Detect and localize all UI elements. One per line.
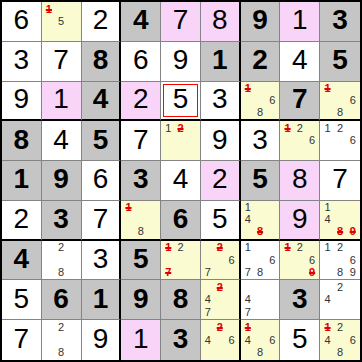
given-digit: 3 xyxy=(133,165,149,193)
candidate-digit: 4 xyxy=(321,334,334,347)
cell-r2c1[interactable]: 3 xyxy=(2,42,42,82)
given-digit: 9 xyxy=(252,6,268,34)
given-digit: 5 xyxy=(93,126,109,154)
solved-digit: 2 xyxy=(212,165,228,193)
given-digit: 1 xyxy=(93,285,109,313)
cell-r3c8[interactable]: 7 xyxy=(280,82,320,122)
cell-r3c5[interactable]: 5 xyxy=(161,82,201,122)
candidate-digit: 4 xyxy=(202,294,214,306)
candidate-digit: 8 xyxy=(254,266,266,278)
cell-r2c6[interactable]: 1 xyxy=(201,42,241,82)
candidate-digit-eliminated: 9 xyxy=(306,266,318,278)
candidate-digit: 6 xyxy=(266,94,278,106)
cell-r4c1[interactable]: 8 xyxy=(2,121,42,161)
candidate-digit: 6 xyxy=(266,334,278,347)
cell-r6c5[interactable]: 6 xyxy=(161,201,201,241)
cell-r1c9[interactable]: 3 xyxy=(320,2,360,42)
cell-r5c8[interactable]: 8 xyxy=(280,161,320,201)
cell-r1c7[interactable]: 9 xyxy=(241,2,281,42)
candidate-digit: 4 xyxy=(242,294,254,306)
solved-digit: 3 xyxy=(252,126,268,154)
given-digit: 3 xyxy=(292,285,308,313)
candidate-grid: 47 xyxy=(242,281,279,318)
solved-digit: 1 xyxy=(53,85,69,113)
cell-r7c8[interactable]: 1269 xyxy=(280,241,320,281)
candidate-digit: 8 xyxy=(55,266,67,278)
candidate-digit-eliminated: 1 xyxy=(242,83,254,95)
candidate-digit: 4 xyxy=(321,214,334,226)
cell-r6c8[interactable]: 9 xyxy=(280,201,320,241)
candidate-digit: 7 xyxy=(202,266,214,278)
solved-digit: 7 xyxy=(14,325,30,353)
candidate-digit-eliminated: 1 xyxy=(43,3,55,15)
cell-r1c3[interactable]: 2 xyxy=(82,2,122,42)
candidate-grid: 12468 xyxy=(321,321,359,359)
candidate-digit: 4 xyxy=(202,334,214,347)
solved-digit: 7 xyxy=(53,46,69,74)
candidate-digit: 6 xyxy=(306,135,318,147)
candidate-grid: 28 xyxy=(43,321,80,359)
cell-r7c5[interactable]: 127 xyxy=(161,241,201,281)
cell-r4c8[interactable]: 126 xyxy=(280,121,320,161)
cell-r9c4[interactable]: 1 xyxy=(121,320,161,360)
candidate-grid: 168 xyxy=(321,83,359,119)
cell-r9c7[interactable]: 1468 xyxy=(241,320,281,360)
solved-digit: 3 xyxy=(14,46,30,74)
candidate-grid: 28 xyxy=(43,242,80,279)
cell-r6c2[interactable]: 3 xyxy=(42,201,82,241)
candidate-digit-eliminated: 1 xyxy=(281,122,293,134)
solved-digit: 8 xyxy=(212,6,228,34)
solved-digit: 3 xyxy=(93,245,109,273)
solved-digit: 7 xyxy=(93,205,109,233)
cell-r2c4[interactable]: 6 xyxy=(121,42,161,82)
cell-r7c3[interactable]: 3 xyxy=(82,241,122,281)
solved-digit: 7 xyxy=(173,6,189,34)
cell-r7c4[interactable]: 5 xyxy=(121,241,161,281)
given-digit: 3 xyxy=(173,325,189,353)
given-digit: 5 xyxy=(252,165,268,193)
candidate-digit: 8 xyxy=(55,346,67,359)
cell-r9c3[interactable]: 9 xyxy=(82,320,122,360)
candidate-digit: 6 xyxy=(346,94,359,106)
cell-r3c3[interactable]: 4 xyxy=(82,82,122,122)
given-digit: 8 xyxy=(14,126,30,154)
cell-r3c7[interactable]: 168 xyxy=(241,82,281,122)
candidate-digit-eliminated: 2 xyxy=(214,242,226,254)
candidate-digit: 8 xyxy=(334,266,347,278)
candidate-grid: 18 xyxy=(122,202,159,238)
cell-r5c2[interactable]: 9 xyxy=(42,161,82,201)
solved-digit: 6 xyxy=(93,165,109,193)
candidate-digit: 2 xyxy=(334,281,347,293)
candidate-grid: 126 xyxy=(281,122,318,159)
cell-r5c4[interactable]: 3 xyxy=(121,161,161,201)
candidate-digit-eliminated: 7 xyxy=(162,266,174,278)
cell-r6c7[interactable]: 148 xyxy=(241,201,281,241)
cell-r1c1[interactable]: 6 xyxy=(2,2,42,42)
cell-r8c9[interactable]: 24 xyxy=(320,280,360,320)
solved-digit: 9 xyxy=(14,85,30,113)
cell-r1c8[interactable]: 1 xyxy=(280,2,320,42)
cell-r7c2[interactable]: 28 xyxy=(42,241,82,281)
cell-r9c8[interactable]: 5 xyxy=(280,320,320,360)
cell-r1c2[interactable]: 15 xyxy=(42,2,82,42)
candidate-grid: 15 xyxy=(43,3,80,40)
candidate-digit-eliminated: 8 xyxy=(254,226,266,238)
candidate-grid: 127 xyxy=(162,242,199,279)
cell-r8c7[interactable]: 47 xyxy=(241,280,281,320)
candidate-digit-eliminated: 8 xyxy=(334,226,347,238)
cell-r9c1[interactable]: 7 xyxy=(2,320,42,360)
cell-r4c6[interactable]: 9 xyxy=(201,121,241,161)
cell-r2c8[interactable]: 4 xyxy=(280,42,320,82)
candidate-digit: 6 xyxy=(346,334,359,347)
given-digit: 1 xyxy=(212,46,228,74)
cell-r6c6[interactable]: 5 xyxy=(201,201,241,241)
candidate-digit: 6 xyxy=(226,254,238,266)
given-digit: 8 xyxy=(173,285,189,313)
solved-digit: 2 xyxy=(133,85,149,113)
candidate-digit: 2 xyxy=(334,321,347,334)
candidate-digit: 7 xyxy=(242,266,254,278)
solved-digit: 1 xyxy=(292,6,308,34)
candidate-digit: 6 xyxy=(306,254,318,266)
given-digit: 6 xyxy=(53,285,69,313)
cell-r8c8[interactable]: 3 xyxy=(280,280,320,320)
candidate-digit-eliminated: 2 xyxy=(214,321,226,334)
cell-r2c9[interactable]: 5 xyxy=(320,42,360,82)
candidate-digit: 2 xyxy=(55,321,67,334)
candidate-digit: 6 xyxy=(226,334,238,347)
candidate-digit-eliminated: 1 xyxy=(321,321,334,334)
cell-r4c7[interactable]: 3 xyxy=(241,121,281,161)
cell-r2c2[interactable]: 7 xyxy=(42,42,82,82)
candidate-grid: 246 xyxy=(202,321,238,359)
cell-r4c2[interactable]: 4 xyxy=(42,121,82,161)
cell-r8c2[interactable]: 6 xyxy=(42,280,82,320)
candidate-grid: 168 xyxy=(242,83,279,119)
given-digit: 3 xyxy=(332,6,348,34)
solved-digit: 9 xyxy=(292,205,308,233)
given-digit: 2 xyxy=(252,46,268,74)
solved-digit: 5 xyxy=(212,205,228,233)
given-digit: 9 xyxy=(133,285,149,313)
cell-r6c1[interactable]: 2 xyxy=(2,201,42,241)
cell-r4c3[interactable]: 5 xyxy=(82,121,122,161)
candidate-digit: 1 xyxy=(162,122,174,134)
cell-r4c4[interactable]: 7 xyxy=(121,121,161,161)
candidate-digit: 9 xyxy=(346,266,359,278)
candidate-digit-eliminated: 1 xyxy=(242,321,254,334)
cell-r6c4[interactable]: 18 xyxy=(121,201,161,241)
candidate-digit: 8 xyxy=(254,106,266,118)
given-digit: 8 xyxy=(93,46,109,74)
given-digit: 4 xyxy=(14,245,30,273)
given-digit: 7 xyxy=(292,85,308,113)
sudoku-board: 6152478913378691245914253168716884571293… xyxy=(0,0,362,362)
candidate-grid: 267 xyxy=(202,242,238,279)
cell-r2c5[interactable]: 9 xyxy=(161,42,201,82)
solved-digit: 9 xyxy=(212,126,228,154)
candidate-digit: 6 xyxy=(266,254,278,266)
cell-r8c4[interactable]: 9 xyxy=(121,280,161,320)
candidate-digit: 6 xyxy=(346,135,359,147)
given-digit: 9 xyxy=(53,165,69,193)
cell-r9c9[interactable]: 12468 xyxy=(320,320,360,360)
candidate-digit: 7 xyxy=(242,306,254,318)
candidate-digit: 2 xyxy=(294,122,306,134)
cell-r1c6[interactable]: 8 xyxy=(201,2,241,42)
solved-digit: 5 xyxy=(292,325,308,353)
given-digit: 1 xyxy=(14,165,30,193)
solved-digit: 9 xyxy=(173,46,189,74)
candidate-digit: 1 xyxy=(242,202,254,214)
given-digit: 6 xyxy=(173,205,189,233)
candidate-digit-eliminated: 2 xyxy=(174,122,186,134)
candidate-digit-eliminated: 1 xyxy=(321,83,334,95)
candidate-digit: 8 xyxy=(334,106,347,118)
cell-r9c6[interactable]: 246 xyxy=(201,320,241,360)
solved-digit: 7 xyxy=(332,165,348,193)
candidate-grid: 1468 xyxy=(242,321,279,359)
solved-digit: 4 xyxy=(173,165,189,193)
candidate-digit: 2 xyxy=(55,242,67,254)
solved-digit: 2 xyxy=(93,6,109,34)
given-digit: 4 xyxy=(133,6,149,34)
solved-digit: 2 xyxy=(14,205,30,233)
cell-r6c3[interactable]: 7 xyxy=(82,201,122,241)
cell-r5c1[interactable]: 1 xyxy=(2,161,42,201)
solved-digit: 5 xyxy=(173,85,189,113)
cell-r3c2[interactable]: 1 xyxy=(42,82,82,122)
candidate-digit: 2 xyxy=(294,242,306,254)
candidate-digit-eliminated: 1 xyxy=(281,242,293,254)
cell-r8c5[interactable]: 8 xyxy=(161,280,201,320)
given-digit: 3 xyxy=(53,205,69,233)
candidate-digit-eliminated: 1 xyxy=(122,202,134,214)
candidate-digit: 7 xyxy=(202,306,214,318)
candidate-digit: 2 xyxy=(334,122,347,134)
cell-r5c3[interactable]: 6 xyxy=(82,161,122,201)
candidate-digit: 1 xyxy=(321,122,334,134)
candidate-grid: 24 xyxy=(321,281,359,318)
cell-r9c2[interactable]: 28 xyxy=(42,320,82,360)
cell-r9c5[interactable]: 3 xyxy=(161,320,201,360)
cell-r5c9[interactable]: 7 xyxy=(320,161,360,201)
candidate-grid: 148 xyxy=(242,202,279,238)
cell-r3c4[interactable]: 2 xyxy=(121,82,161,122)
solved-digit: 9 xyxy=(93,325,109,353)
candidate-digit-eliminated: 1 xyxy=(162,242,174,254)
candidate-digit: 8 xyxy=(334,346,347,359)
cell-r4c9[interactable]: 126 xyxy=(320,121,360,161)
cell-r3c6[interactable]: 3 xyxy=(201,82,241,122)
candidate-digit: 5 xyxy=(55,15,67,27)
candidate-digit-eliminated: 2 xyxy=(214,281,226,293)
cell-r8c3[interactable]: 1 xyxy=(82,280,122,320)
given-digit: 5 xyxy=(332,46,348,74)
cell-r7c1[interactable]: 4 xyxy=(2,241,42,281)
cell-r2c3[interactable]: 8 xyxy=(82,42,122,82)
candidate-grid: 247 xyxy=(202,281,238,318)
solved-digit: 4 xyxy=(292,46,308,74)
candidate-digit: 2 xyxy=(334,242,347,254)
cell-r3c1[interactable]: 9 xyxy=(2,82,42,122)
candidate-grid: 126 xyxy=(321,122,359,159)
cell-r4c5[interactable]: 12 xyxy=(161,121,201,161)
cell-r5c5[interactable]: 4 xyxy=(161,161,201,201)
cell-r1c5[interactable]: 7 xyxy=(161,2,201,42)
candidate-grid: 1269 xyxy=(281,242,318,279)
cell-r6c9[interactable]: 1489 xyxy=(320,201,360,241)
cell-r8c1[interactable]: 5 xyxy=(2,280,42,320)
solved-digit: 1 xyxy=(133,325,149,353)
cell-r7c6[interactable]: 267 xyxy=(201,241,241,281)
candidate-digit: 8 xyxy=(254,346,266,359)
candidate-digit: 4 xyxy=(242,214,254,226)
cell-r7c9[interactable]: 12689 xyxy=(320,241,360,281)
cell-r3c9[interactable]: 168 xyxy=(320,82,360,122)
candidate-digit: 1 xyxy=(321,202,334,214)
solved-digit: 3 xyxy=(212,85,228,113)
candidate-grid: 12 xyxy=(162,122,199,159)
candidate-digit: 2 xyxy=(174,242,186,254)
candidate-digit: 6 xyxy=(346,254,359,266)
solved-digit: 4 xyxy=(53,126,69,154)
given-digit: 4 xyxy=(93,85,109,113)
cell-r5c6[interactable]: 2 xyxy=(201,161,241,201)
cell-r5c7[interactable]: 5 xyxy=(241,161,281,201)
given-digit: 5 xyxy=(133,245,149,273)
cell-r7c7[interactable]: 1678 xyxy=(241,241,281,281)
solved-digit: 7 xyxy=(133,126,149,154)
solved-digit: 8 xyxy=(292,165,308,193)
candidate-digit: 1 xyxy=(242,242,254,254)
cell-r1c4[interactable]: 4 xyxy=(121,2,161,42)
candidate-grid: 1489 xyxy=(321,202,359,238)
solved-digit: 5 xyxy=(14,285,30,313)
cell-r2c7[interactable]: 2 xyxy=(241,42,281,82)
candidate-digit: 4 xyxy=(242,334,254,347)
candidate-digit-eliminated: 9 xyxy=(346,226,359,238)
candidate-grid: 12689 xyxy=(321,242,359,279)
candidate-digit: 4 xyxy=(321,294,334,306)
solved-digit: 6 xyxy=(133,46,149,74)
cell-r8c6[interactable]: 247 xyxy=(201,280,241,320)
candidate-grid: 1678 xyxy=(242,242,279,279)
solved-digit: 6 xyxy=(14,6,30,34)
candidate-digit: 8 xyxy=(135,226,147,238)
candidate-digit: 1 xyxy=(321,242,334,254)
